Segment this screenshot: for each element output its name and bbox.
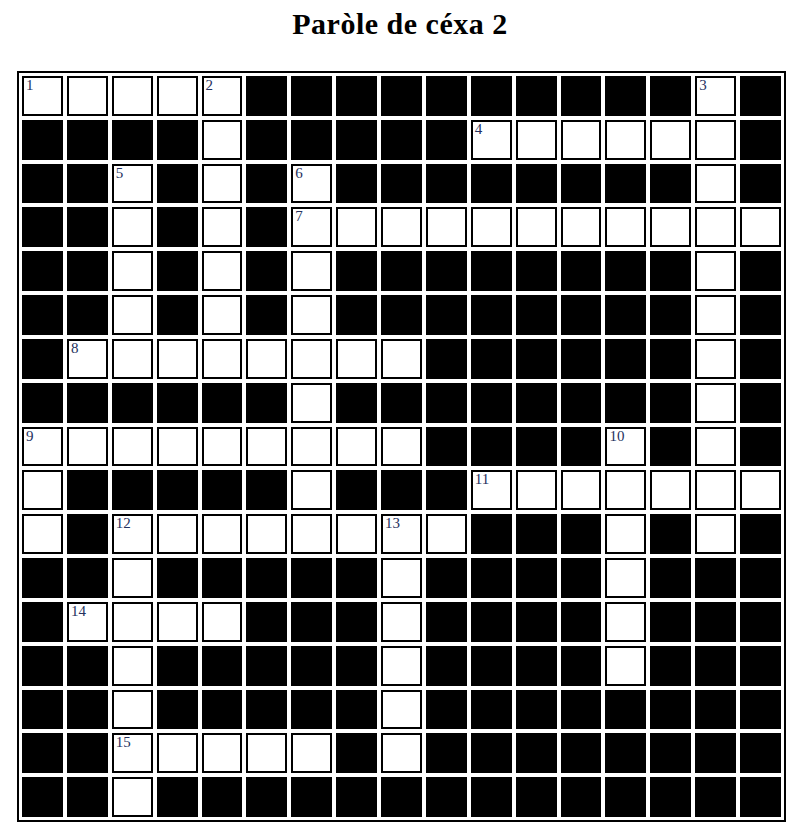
block-r15c16	[695, 690, 736, 730]
cell-r9c5[interactable]	[202, 427, 243, 467]
block-r17c5	[202, 777, 243, 817]
cell-r5c16[interactable]	[695, 251, 736, 291]
block-r13c10	[426, 602, 467, 642]
block-r2c7	[291, 120, 332, 160]
block-r8c11	[471, 383, 512, 423]
cell-r11c1[interactable]	[22, 514, 63, 554]
cell-r9c3[interactable]	[112, 427, 153, 467]
block-r14c7	[291, 646, 332, 686]
block-r5c11	[471, 251, 512, 291]
cell-r16c3[interactable]: 15	[112, 733, 153, 773]
block-r12c2	[67, 558, 108, 598]
block-r1c8	[336, 76, 377, 116]
cell-r6c7[interactable]	[291, 295, 332, 335]
cell-r13c14[interactable]	[605, 602, 646, 642]
cell-r10c11[interactable]: 11	[471, 470, 512, 510]
cell-r11c8[interactable]	[336, 514, 377, 554]
block-r2c10	[426, 120, 467, 160]
block-r6c8	[336, 295, 377, 335]
block-r17c17	[740, 777, 781, 817]
cell-r1c1[interactable]: 1	[22, 76, 63, 116]
cell-r10c13[interactable]	[561, 470, 602, 510]
block-r12c17	[740, 558, 781, 598]
block-r16c2	[67, 733, 108, 773]
block-r17c14	[605, 777, 646, 817]
cell-r11c4[interactable]	[157, 514, 198, 554]
block-r17c1	[22, 777, 63, 817]
block-r6c6	[246, 295, 287, 335]
block-r13c1	[22, 602, 63, 642]
cell-r4c10[interactable]	[426, 207, 467, 247]
block-r15c17	[740, 690, 781, 730]
cell-r7c8[interactable]	[336, 339, 377, 379]
block-r9c13	[561, 427, 602, 467]
cell-r2c14[interactable]	[605, 120, 646, 160]
cell-r2c11[interactable]: 4	[471, 120, 512, 160]
block-r11c12	[516, 514, 557, 554]
block-r12c12	[516, 558, 557, 598]
cell-r4c9[interactable]	[381, 207, 422, 247]
block-r16c14	[605, 733, 646, 773]
block-r14c8	[336, 646, 377, 686]
cell-r10c7[interactable]	[291, 470, 332, 510]
block-r15c1	[22, 690, 63, 730]
cell-r7c9[interactable]	[381, 339, 422, 379]
block-r12c5	[202, 558, 243, 598]
block-r8c3	[112, 383, 153, 423]
cell-r10c12[interactable]	[516, 470, 557, 510]
block-r14c12	[516, 646, 557, 686]
block-r8c1	[22, 383, 63, 423]
block-r13c13	[561, 602, 602, 642]
block-r2c2	[67, 120, 108, 160]
block-r2c1	[22, 120, 63, 160]
block-r15c4	[157, 690, 198, 730]
cell-r1c2[interactable]	[67, 76, 108, 116]
block-r15c2	[67, 690, 108, 730]
block-r12c15	[650, 558, 691, 598]
block-r3c8	[336, 164, 377, 204]
block-r1c17	[740, 76, 781, 116]
block-r7c13	[561, 339, 602, 379]
block-r8c6	[246, 383, 287, 423]
block-r7c10	[426, 339, 467, 379]
block-r8c5	[202, 383, 243, 423]
block-r7c14	[605, 339, 646, 379]
block-r12c7	[291, 558, 332, 598]
cell-r13c5[interactable]	[202, 602, 243, 642]
block-r11c13	[561, 514, 602, 554]
clue-number-14: 14	[71, 604, 86, 620]
page: Paròle de céxa 2 123456789101112131415	[0, 0, 800, 829]
block-r8c17	[740, 383, 781, 423]
cell-r4c11[interactable]	[471, 207, 512, 247]
cell-r5c5[interactable]	[202, 251, 243, 291]
cell-r1c4[interactable]	[157, 76, 198, 116]
block-r15c8	[336, 690, 377, 730]
block-r1c12	[516, 76, 557, 116]
block-r15c6	[246, 690, 287, 730]
block-r17c4	[157, 777, 198, 817]
block-r13c12	[516, 602, 557, 642]
block-r5c15	[650, 251, 691, 291]
block-r5c1	[22, 251, 63, 291]
block-r6c1	[22, 295, 63, 335]
cell-r1c16[interactable]: 3	[695, 76, 736, 116]
block-r16c17	[740, 733, 781, 773]
block-r1c10	[426, 76, 467, 116]
block-r8c14	[605, 383, 646, 423]
block-r2c8	[336, 120, 377, 160]
cell-r10c16[interactable]	[695, 470, 736, 510]
cell-r9c4[interactable]	[157, 427, 198, 467]
block-r2c3	[112, 120, 153, 160]
cell-r4c15[interactable]	[650, 207, 691, 247]
cell-r2c15[interactable]	[650, 120, 691, 160]
block-r13c6	[246, 602, 287, 642]
cell-r11c5[interactable]	[202, 514, 243, 554]
block-r3c9	[381, 164, 422, 204]
cell-r4c3[interactable]	[112, 207, 153, 247]
block-r3c1	[22, 164, 63, 204]
block-r13c11	[471, 602, 512, 642]
cell-r11c9[interactable]: 13	[381, 514, 422, 554]
cell-r4c5[interactable]	[202, 207, 243, 247]
block-r11c2	[67, 514, 108, 554]
block-r8c2	[67, 383, 108, 423]
block-r3c14	[605, 164, 646, 204]
block-r11c15	[650, 514, 691, 554]
cell-r14c3[interactable]	[112, 646, 153, 686]
block-r7c12	[516, 339, 557, 379]
block-r3c15	[650, 164, 691, 204]
cell-r11c6[interactable]	[246, 514, 287, 554]
block-r1c6	[246, 76, 287, 116]
block-r14c13	[561, 646, 602, 686]
block-r9c10	[426, 427, 467, 467]
cell-r11c14[interactable]	[605, 514, 646, 554]
cell-r12c14[interactable]	[605, 558, 646, 598]
crossword-grid: 123456789101112131415	[17, 71, 786, 822]
cell-r7c7[interactable]	[291, 339, 332, 379]
block-r10c2	[67, 470, 108, 510]
cell-r6c16[interactable]	[695, 295, 736, 335]
cell-r15c3[interactable]	[112, 690, 153, 730]
block-r16c15	[650, 733, 691, 773]
cell-r12c9[interactable]	[381, 558, 422, 598]
clue-number-15: 15	[116, 735, 131, 751]
block-r8c4	[157, 383, 198, 423]
cell-r9c1[interactable]: 9	[22, 427, 63, 467]
cell-r4c12[interactable]	[516, 207, 557, 247]
cell-r10c15[interactable]	[650, 470, 691, 510]
cell-r16c5[interactable]	[202, 733, 243, 773]
block-r14c16	[695, 646, 736, 686]
block-r3c2	[67, 164, 108, 204]
clue-number-13: 13	[385, 516, 400, 532]
block-r3c17	[740, 164, 781, 204]
cell-r6c5[interactable]	[202, 295, 243, 335]
block-r14c4	[157, 646, 198, 686]
cell-r4c17[interactable]	[740, 207, 781, 247]
cell-r11c7[interactable]	[291, 514, 332, 554]
block-r14c2	[67, 646, 108, 686]
block-r10c3	[112, 470, 153, 510]
block-r13c16	[695, 602, 736, 642]
cell-r4c7[interactable]: 7	[291, 207, 332, 247]
block-r6c14	[605, 295, 646, 335]
block-r17c11	[471, 777, 512, 817]
block-r2c9	[381, 120, 422, 160]
block-r5c2	[67, 251, 108, 291]
block-r15c14	[605, 690, 646, 730]
cell-r10c17[interactable]	[740, 470, 781, 510]
block-r10c4	[157, 470, 198, 510]
cell-r10c1[interactable]	[22, 470, 63, 510]
block-r5c6	[246, 251, 287, 291]
cell-r9c2[interactable]	[67, 427, 108, 467]
cell-r2c16[interactable]	[695, 120, 736, 160]
block-r8c10	[426, 383, 467, 423]
block-r1c15	[650, 76, 691, 116]
block-r13c8	[336, 602, 377, 642]
block-r6c12	[516, 295, 557, 335]
clue-number-3: 3	[699, 78, 707, 94]
block-r14c6	[246, 646, 287, 686]
clue-number-1: 1	[26, 78, 34, 94]
block-r13c17	[740, 602, 781, 642]
cell-r5c3[interactable]	[112, 251, 153, 291]
cell-r1c5[interactable]: 2	[202, 76, 243, 116]
block-r6c17	[740, 295, 781, 335]
block-r15c12	[516, 690, 557, 730]
block-r14c1	[22, 646, 63, 686]
block-r6c11	[471, 295, 512, 335]
block-r1c9	[381, 76, 422, 116]
block-r7c11	[471, 339, 512, 379]
block-r14c15	[650, 646, 691, 686]
block-r15c13	[561, 690, 602, 730]
block-r1c13	[561, 76, 602, 116]
block-r9c11	[471, 427, 512, 467]
cell-r6c3[interactable]	[112, 295, 153, 335]
block-r15c15	[650, 690, 691, 730]
block-r3c10	[426, 164, 467, 204]
block-r12c13	[561, 558, 602, 598]
block-r5c4	[157, 251, 198, 291]
clue-number-5: 5	[116, 166, 124, 182]
block-r1c14	[605, 76, 646, 116]
cell-r3c7[interactable]: 6	[291, 164, 332, 204]
block-r4c6	[246, 207, 287, 247]
cell-r8c16[interactable]	[695, 383, 736, 423]
block-r10c10	[426, 470, 467, 510]
puzzle-title: Paròle de céxa 2	[0, 7, 800, 41]
cell-r4c14[interactable]	[605, 207, 646, 247]
block-r6c15	[650, 295, 691, 335]
cell-r13c4[interactable]	[157, 602, 198, 642]
block-r16c11	[471, 733, 512, 773]
block-r10c5	[202, 470, 243, 510]
cell-r7c4[interactable]	[157, 339, 198, 379]
cell-r7c5[interactable]	[202, 339, 243, 379]
block-r1c11	[471, 76, 512, 116]
cell-r3c16[interactable]	[695, 164, 736, 204]
block-r17c2	[67, 777, 108, 817]
block-r12c4	[157, 558, 198, 598]
block-r7c1	[22, 339, 63, 379]
block-r15c7	[291, 690, 332, 730]
block-r7c15	[650, 339, 691, 379]
block-r17c8	[336, 777, 377, 817]
block-r14c10	[426, 646, 467, 686]
block-r6c10	[426, 295, 467, 335]
cell-r16c7[interactable]	[291, 733, 332, 773]
block-r8c9	[381, 383, 422, 423]
cell-r4c8[interactable]	[336, 207, 377, 247]
cell-r11c3[interactable]: 12	[112, 514, 153, 554]
block-r11c17	[740, 514, 781, 554]
block-r16c1	[22, 733, 63, 773]
cell-r9c8[interactable]	[336, 427, 377, 467]
block-r1c7	[291, 76, 332, 116]
block-r6c2	[67, 295, 108, 335]
block-r3c12	[516, 164, 557, 204]
cell-r2c13[interactable]	[561, 120, 602, 160]
cell-r11c10[interactable]	[426, 514, 467, 554]
clue-number-2: 2	[206, 78, 214, 94]
cell-r16c4[interactable]	[157, 733, 198, 773]
block-r17c9	[381, 777, 422, 817]
block-r9c12	[516, 427, 557, 467]
block-r12c11	[471, 558, 512, 598]
block-r17c16	[695, 777, 736, 817]
clue-number-12: 12	[116, 516, 131, 532]
block-r9c17	[740, 427, 781, 467]
block-r14c17	[740, 646, 781, 686]
block-r16c12	[516, 733, 557, 773]
cell-r2c12[interactable]	[516, 120, 557, 160]
cell-r11c16[interactable]	[695, 514, 736, 554]
cell-r13c2[interactable]: 14	[67, 602, 108, 642]
block-r3c11	[471, 164, 512, 204]
block-r12c10	[426, 558, 467, 598]
cell-r9c16[interactable]	[695, 427, 736, 467]
cell-r9c7[interactable]	[291, 427, 332, 467]
cell-r7c16[interactable]	[695, 339, 736, 379]
block-r3c6	[246, 164, 287, 204]
cell-r2c5[interactable]	[202, 120, 243, 160]
cell-r8c7[interactable]	[291, 383, 332, 423]
block-r13c7	[291, 602, 332, 642]
block-r5c10	[426, 251, 467, 291]
block-r14c5	[202, 646, 243, 686]
cell-r7c6[interactable]	[246, 339, 287, 379]
block-r16c16	[695, 733, 736, 773]
block-r17c10	[426, 777, 467, 817]
block-r14c11	[471, 646, 512, 686]
block-r15c10	[426, 690, 467, 730]
block-r17c12	[516, 777, 557, 817]
block-r8c15	[650, 383, 691, 423]
block-r5c13	[561, 251, 602, 291]
block-r3c13	[561, 164, 602, 204]
block-r9c15	[650, 427, 691, 467]
cell-r13c9[interactable]	[381, 602, 422, 642]
block-r6c4	[157, 295, 198, 335]
block-r10c6	[246, 470, 287, 510]
cell-r13c3[interactable]	[112, 602, 153, 642]
clue-number-10: 10	[609, 429, 624, 445]
block-r4c1	[22, 207, 63, 247]
cell-r14c9[interactable]	[381, 646, 422, 686]
block-r12c8	[336, 558, 377, 598]
cell-r9c14[interactable]: 10	[605, 427, 646, 467]
block-r2c4	[157, 120, 198, 160]
clue-number-11: 11	[475, 472, 489, 488]
cell-r4c16[interactable]	[695, 207, 736, 247]
block-r2c17	[740, 120, 781, 160]
block-r17c6	[246, 777, 287, 817]
block-r17c13	[561, 777, 602, 817]
block-r15c5	[202, 690, 243, 730]
cell-r4c13[interactable]	[561, 207, 602, 247]
cell-r3c5[interactable]	[202, 164, 243, 204]
block-r15c11	[471, 690, 512, 730]
block-r10c8	[336, 470, 377, 510]
cell-r7c2[interactable]: 8	[67, 339, 108, 379]
block-r12c16	[695, 558, 736, 598]
block-r10c9	[381, 470, 422, 510]
block-r5c17	[740, 251, 781, 291]
cell-r5c7[interactable]	[291, 251, 332, 291]
clue-number-8: 8	[71, 341, 79, 357]
block-r12c1	[22, 558, 63, 598]
block-r16c10	[426, 733, 467, 773]
block-r16c13	[561, 733, 602, 773]
cell-r10c14[interactable]	[605, 470, 646, 510]
block-r8c8	[336, 383, 377, 423]
block-r12c6	[246, 558, 287, 598]
cell-r1c3[interactable]	[112, 76, 153, 116]
block-r3c4	[157, 164, 198, 204]
block-r6c13	[561, 295, 602, 335]
block-r17c15	[650, 777, 691, 817]
cell-r9c6[interactable]	[246, 427, 287, 467]
cell-r12c3[interactable]	[112, 558, 153, 598]
block-r17c7	[291, 777, 332, 817]
block-r7c17	[740, 339, 781, 379]
cell-r16c6[interactable]	[246, 733, 287, 773]
block-r2c6	[246, 120, 287, 160]
block-r5c9	[381, 251, 422, 291]
block-r6c9	[381, 295, 422, 335]
block-r5c14	[605, 251, 646, 291]
cell-r7c3[interactable]	[112, 339, 153, 379]
cell-r14c14[interactable]	[605, 646, 646, 686]
block-r5c12	[516, 251, 557, 291]
cell-r16c9[interactable]	[381, 733, 422, 773]
cell-r15c9[interactable]	[381, 690, 422, 730]
block-r16c8	[336, 733, 377, 773]
cell-r9c9[interactable]	[381, 427, 422, 467]
cell-r3c3[interactable]: 5	[112, 164, 153, 204]
cell-r17c3[interactable]	[112, 777, 153, 817]
clue-number-7: 7	[295, 209, 303, 225]
block-r4c2	[67, 207, 108, 247]
clue-number-6: 6	[295, 166, 303, 182]
block-r8c12	[516, 383, 557, 423]
